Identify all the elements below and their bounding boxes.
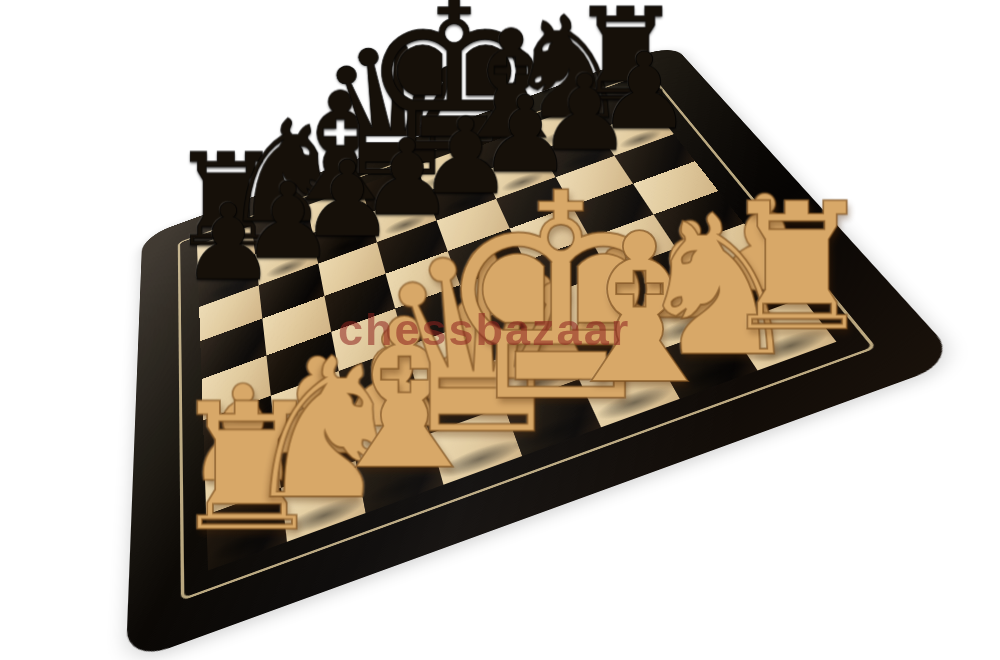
- piece-shadow: [655, 312, 716, 347]
- piece-shadow: [748, 324, 833, 368]
- square-c1: ♝: [355, 434, 443, 513]
- black-rook: ♜: [568, 0, 683, 119]
- chess-set-photo: ♜♞♝♛♚♝♞♜♟♟♟♟♟♟♟♟♟♟♟♟♟♟♟♟♜♞♝♛♚♝♞♜ chessba…: [0, 0, 1000, 660]
- square-c2: ♟: [346, 388, 429, 461]
- piece-shadow: [363, 464, 442, 511]
- piece-shadow: [668, 351, 758, 398]
- piece-shadow: [210, 520, 284, 568]
- scene: ♜♞♝♛♚♝♞♜♟♟♟♟♟♟♟♟♟♟♟♟♟♟♟♟♜♞♝♛♚♝♞♜: [0, 0, 1000, 660]
- piece-shadow: [217, 472, 270, 510]
- black-pawn: ♟: [597, 39, 692, 145]
- chess-board: ♜♞♝♛♚♝♞♜♟♟♟♟♟♟♟♟♟♟♟♟♟♟♟♟♜♞♝♛♚♝♞♜: [126, 44, 960, 660]
- piece-shadow: [593, 380, 677, 425]
- square-e1: ♚: [504, 380, 600, 456]
- piece-shadow: [434, 434, 526, 485]
- piece-shadow: [283, 491, 365, 540]
- piece-shadow: [510, 406, 606, 457]
- board-squares: ♜♞♝♛♚♝♞♜♟♟♟♟♟♟♟♟♟♟♟♟♟♟♟♟♜♞♝♛♚♝♞♜: [197, 86, 836, 571]
- black-king: ♚: [362, 0, 548, 181]
- square-a1: ♜: [206, 488, 286, 570]
- square-g3: [609, 248, 701, 311]
